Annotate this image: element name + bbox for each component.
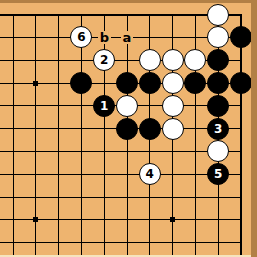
go-stone-black-3: 3 [207,118,229,140]
go-stone-black [116,118,138,140]
go-stone-black [139,72,161,94]
grid-vline [81,14,82,257]
label-b: b [98,31,111,44]
go-stone-white [162,72,184,94]
go-stone-white [184,49,206,71]
go-stone-black-5: 5 [207,163,229,185]
grid-vline [58,14,59,257]
go-stone-white [162,118,184,140]
star-point [33,217,38,222]
go-stone-black [207,49,229,71]
grid-hline [0,174,242,175]
go-stone-black [230,72,252,94]
grid-vline [240,14,242,257]
go-stone-black-1: 1 [93,95,115,117]
grid-hline [0,242,242,243]
grid-hline [0,197,242,198]
go-stone-white [207,140,229,162]
go-stone-black [207,95,229,117]
grid-hline [0,151,242,152]
go-stone-white-4: 4 [139,163,161,185]
grid-hline [0,14,242,16]
go-stone-white [139,49,161,71]
go-stone-black [139,118,161,140]
go-stone-white [207,26,229,48]
go-stone-white [162,95,184,117]
go-stone-white [162,49,184,71]
go-stone-black [70,72,92,94]
star-point [170,217,175,222]
go-stone-black [116,72,138,94]
go-stone-white [207,4,229,26]
board-top-edge [0,0,257,3]
star-point [33,81,38,86]
grid-vline [13,14,14,257]
go-stone-black [230,26,252,48]
board-right-edge [251,0,257,257]
go-stone-black [207,72,229,94]
go-board: 621345ba [0,0,257,257]
go-stone-black [184,72,206,94]
label-a: a [121,31,134,44]
go-stone-white-6: 6 [70,26,92,48]
go-stone-white-2: 2 [93,49,115,71]
go-stone-white [116,95,138,117]
